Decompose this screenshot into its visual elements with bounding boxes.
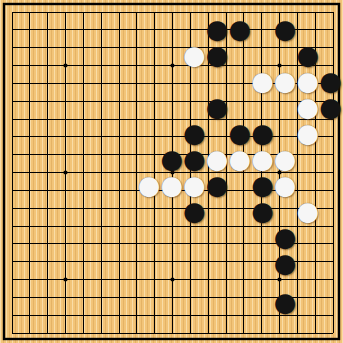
intersection-S6[interactable] bbox=[297, 283, 320, 290]
intersection-E5[interactable] bbox=[57, 289, 70, 315]
intersection-T14[interactable]: ● bbox=[319, 94, 342, 120]
intersection-N2[interactable] bbox=[183, 329, 206, 336]
intersection-R12[interactable]: ● bbox=[274, 146, 297, 172]
intersection-D17[interactable] bbox=[43, 16, 56, 42]
intersection-H5[interactable] bbox=[97, 289, 110, 315]
intersection-E15[interactable] bbox=[57, 68, 70, 94]
intersection-L18[interactable] bbox=[138, 10, 161, 17]
intersection-A10[interactable] bbox=[3, 198, 16, 224]
intersection-J7[interactable] bbox=[111, 276, 124, 283]
intersection-L15[interactable] bbox=[138, 68, 161, 94]
intersection-F10[interactable] bbox=[70, 198, 83, 224]
intersection-G14[interactable] bbox=[84, 94, 97, 120]
intersection-N9[interactable] bbox=[183, 224, 206, 250]
intersection-G15[interactable] bbox=[84, 68, 97, 94]
intersection-F15[interactable] bbox=[70, 68, 83, 94]
intersection-T17[interactable] bbox=[319, 16, 342, 42]
intersection-H11[interactable] bbox=[97, 172, 110, 198]
intersection-L16[interactable] bbox=[138, 42, 161, 68]
intersection-T19[interactable] bbox=[319, 3, 342, 10]
intersection-A16[interactable] bbox=[3, 42, 16, 68]
intersection-A19[interactable] bbox=[3, 3, 16, 10]
intersection-E17[interactable] bbox=[57, 16, 70, 42]
intersection-K16[interactable] bbox=[124, 42, 137, 68]
intersection-M11[interactable]: ● bbox=[160, 172, 183, 198]
intersection-B13[interactable] bbox=[17, 120, 30, 146]
intersection-N4[interactable] bbox=[183, 315, 206, 322]
intersection-K2[interactable] bbox=[124, 329, 137, 336]
intersection-B4[interactable] bbox=[17, 315, 30, 322]
intersection-G12[interactable] bbox=[84, 146, 97, 172]
intersection-C2[interactable] bbox=[30, 329, 43, 336]
intersection-F14[interactable] bbox=[70, 94, 83, 120]
intersection-A9[interactable] bbox=[3, 224, 16, 250]
intersection-Q6[interactable] bbox=[251, 283, 274, 290]
intersection-F9[interactable] bbox=[70, 224, 83, 250]
intersection-R13[interactable] bbox=[274, 120, 297, 146]
intersection-D9[interactable] bbox=[43, 224, 56, 250]
intersection-T8[interactable] bbox=[319, 250, 342, 276]
intersection-B9[interactable] bbox=[17, 224, 30, 250]
intersection-E2[interactable] bbox=[57, 329, 70, 336]
intersection-B11[interactable] bbox=[17, 172, 30, 198]
intersection-F18[interactable] bbox=[70, 10, 83, 17]
intersection-K18[interactable] bbox=[124, 10, 137, 17]
intersection-N13[interactable]: ● bbox=[183, 120, 206, 146]
intersection-A12[interactable] bbox=[3, 146, 16, 172]
intersection-F1[interactable] bbox=[70, 335, 83, 342]
intersection-N18[interactable] bbox=[183, 10, 206, 17]
intersection-D14[interactable] bbox=[43, 94, 56, 120]
intersection-M17[interactable] bbox=[160, 16, 183, 42]
intersection-S18[interactable] bbox=[297, 10, 320, 17]
intersection-O3[interactable] bbox=[206, 322, 229, 329]
intersection-P16[interactable] bbox=[228, 42, 251, 68]
intersection-D19[interactable] bbox=[43, 3, 56, 10]
intersection-A13[interactable] bbox=[3, 120, 16, 146]
intersection-C11[interactable] bbox=[30, 172, 43, 198]
intersection-C3[interactable] bbox=[30, 322, 43, 329]
intersection-F7[interactable] bbox=[70, 276, 83, 283]
intersection-P9[interactable] bbox=[228, 224, 251, 250]
intersection-D12[interactable] bbox=[43, 146, 56, 172]
intersection-O6[interactable] bbox=[206, 283, 229, 290]
intersection-H7[interactable] bbox=[97, 276, 110, 283]
intersection-O5[interactable] bbox=[206, 289, 229, 315]
intersection-R7[interactable] bbox=[274, 276, 297, 283]
intersection-C19[interactable] bbox=[30, 3, 43, 10]
intersection-R5[interactable]: ● bbox=[274, 289, 297, 315]
intersection-J17[interactable] bbox=[111, 16, 124, 42]
intersection-D13[interactable] bbox=[43, 120, 56, 146]
intersection-F17[interactable] bbox=[70, 16, 83, 42]
intersection-J3[interactable] bbox=[111, 322, 124, 329]
intersection-S19[interactable] bbox=[297, 3, 320, 10]
intersection-F11[interactable] bbox=[70, 172, 83, 198]
intersection-B2[interactable] bbox=[17, 329, 30, 336]
intersection-O12[interactable]: ● bbox=[206, 146, 229, 172]
intersection-M19[interactable] bbox=[160, 3, 183, 10]
intersection-L10[interactable] bbox=[138, 198, 161, 224]
intersection-F3[interactable] bbox=[70, 322, 83, 329]
intersection-B16[interactable] bbox=[17, 42, 30, 68]
intersection-C9[interactable] bbox=[30, 224, 43, 250]
intersection-B14[interactable] bbox=[17, 94, 30, 120]
intersection-D6[interactable] bbox=[43, 283, 56, 290]
intersection-N5[interactable] bbox=[183, 289, 206, 315]
intersection-R16[interactable] bbox=[274, 42, 297, 68]
intersection-L6[interactable] bbox=[138, 283, 161, 290]
intersection-M1[interactable] bbox=[160, 335, 183, 342]
intersection-M8[interactable] bbox=[160, 250, 183, 276]
intersection-S2[interactable] bbox=[297, 329, 320, 336]
intersection-O19[interactable] bbox=[206, 3, 229, 10]
intersection-K13[interactable] bbox=[124, 120, 137, 146]
intersection-H19[interactable] bbox=[97, 3, 110, 10]
intersection-S1[interactable] bbox=[297, 335, 320, 342]
intersection-K3[interactable] bbox=[124, 322, 137, 329]
intersection-E3[interactable] bbox=[57, 322, 70, 329]
intersection-B17[interactable] bbox=[17, 16, 30, 42]
intersection-J18[interactable] bbox=[111, 10, 124, 17]
intersection-F8[interactable] bbox=[70, 250, 83, 276]
intersection-J6[interactable] bbox=[111, 283, 124, 290]
intersection-O8[interactable] bbox=[206, 250, 229, 276]
intersection-M14[interactable] bbox=[160, 94, 183, 120]
intersection-E6[interactable] bbox=[57, 283, 70, 290]
intersection-A2[interactable] bbox=[3, 329, 16, 336]
intersection-K5[interactable] bbox=[124, 289, 137, 315]
intersection-Q16[interactable] bbox=[251, 42, 274, 68]
intersection-Q3[interactable] bbox=[251, 322, 274, 329]
intersection-L1[interactable] bbox=[138, 335, 161, 342]
intersection-B6[interactable] bbox=[17, 283, 30, 290]
intersection-C7[interactable] bbox=[30, 276, 43, 283]
intersection-M6[interactable] bbox=[160, 283, 183, 290]
intersection-P4[interactable] bbox=[228, 315, 251, 322]
intersection-C6[interactable] bbox=[30, 283, 43, 290]
intersection-A5[interactable] bbox=[3, 289, 16, 315]
intersection-H14[interactable] bbox=[97, 94, 110, 120]
intersection-L8[interactable] bbox=[138, 250, 161, 276]
intersection-A11[interactable] bbox=[3, 172, 16, 198]
intersection-P13[interactable]: ● bbox=[228, 120, 251, 146]
intersection-P8[interactable] bbox=[228, 250, 251, 276]
intersection-G3[interactable] bbox=[84, 322, 97, 329]
intersection-T4[interactable] bbox=[319, 315, 342, 322]
intersection-K1[interactable] bbox=[124, 335, 137, 342]
intersection-S13[interactable]: ● bbox=[297, 120, 320, 146]
intersection-K11[interactable] bbox=[124, 172, 137, 198]
intersection-M7[interactable] bbox=[160, 276, 183, 283]
intersection-N17[interactable] bbox=[183, 16, 206, 42]
intersection-L14[interactable] bbox=[138, 94, 161, 120]
intersection-K4[interactable] bbox=[124, 315, 137, 322]
intersection-T11[interactable] bbox=[319, 172, 342, 198]
intersection-C13[interactable] bbox=[30, 120, 43, 146]
intersection-N10[interactable]: ● bbox=[183, 198, 206, 224]
intersection-N15[interactable] bbox=[183, 68, 206, 94]
intersection-A4[interactable] bbox=[3, 315, 16, 322]
intersection-E11[interactable] bbox=[57, 172, 70, 198]
intersection-J4[interactable] bbox=[111, 315, 124, 322]
intersection-B5[interactable] bbox=[17, 289, 30, 315]
intersection-P17[interactable]: ● bbox=[228, 16, 251, 42]
intersection-Q19[interactable] bbox=[251, 3, 274, 10]
intersection-G19[interactable] bbox=[84, 3, 97, 10]
intersection-N1[interactable] bbox=[183, 335, 206, 342]
intersection-O13[interactable] bbox=[206, 120, 229, 146]
intersection-F16[interactable] bbox=[70, 42, 83, 68]
intersection-C17[interactable] bbox=[30, 16, 43, 42]
intersection-Q2[interactable] bbox=[251, 329, 274, 336]
intersection-Q8[interactable] bbox=[251, 250, 274, 276]
intersection-S14[interactable]: ● bbox=[297, 94, 320, 120]
intersection-S4[interactable] bbox=[297, 315, 320, 322]
intersection-B8[interactable] bbox=[17, 250, 30, 276]
intersection-O2[interactable] bbox=[206, 329, 229, 336]
intersection-D1[interactable] bbox=[43, 335, 56, 342]
intersection-F19[interactable] bbox=[70, 3, 83, 10]
intersection-T13[interactable] bbox=[319, 120, 342, 146]
intersection-L2[interactable] bbox=[138, 329, 161, 336]
intersection-S17[interactable] bbox=[297, 16, 320, 42]
intersection-T15[interactable]: ● bbox=[319, 68, 342, 94]
intersection-E12[interactable] bbox=[57, 146, 70, 172]
intersection-G11[interactable] bbox=[84, 172, 97, 198]
intersection-J5[interactable] bbox=[111, 289, 124, 315]
intersection-D8[interactable] bbox=[43, 250, 56, 276]
intersection-O14[interactable]: ● bbox=[206, 94, 229, 120]
intersection-F13[interactable] bbox=[70, 120, 83, 146]
intersection-E4[interactable] bbox=[57, 315, 70, 322]
intersection-Q7[interactable] bbox=[251, 276, 274, 283]
intersection-R2[interactable] bbox=[274, 329, 297, 336]
intersection-D11[interactable] bbox=[43, 172, 56, 198]
intersection-M9[interactable] bbox=[160, 224, 183, 250]
intersection-L13[interactable] bbox=[138, 120, 161, 146]
intersection-D2[interactable] bbox=[43, 329, 56, 336]
intersection-G17[interactable] bbox=[84, 16, 97, 42]
intersection-Q1[interactable] bbox=[251, 335, 274, 342]
intersection-L9[interactable] bbox=[138, 224, 161, 250]
intersection-P19[interactable] bbox=[228, 3, 251, 10]
intersection-R3[interactable] bbox=[274, 322, 297, 329]
intersection-K12[interactable] bbox=[124, 146, 137, 172]
intersection-Q11[interactable]: ● bbox=[251, 172, 274, 198]
intersection-B18[interactable] bbox=[17, 10, 30, 17]
intersection-R11[interactable]: ● bbox=[274, 172, 297, 198]
intersection-C14[interactable] bbox=[30, 94, 43, 120]
intersection-L17[interactable] bbox=[138, 16, 161, 42]
intersection-E14[interactable] bbox=[57, 94, 70, 120]
intersection-E9[interactable] bbox=[57, 224, 70, 250]
intersection-G16[interactable] bbox=[84, 42, 97, 68]
intersection-Q12[interactable]: ● bbox=[251, 146, 274, 172]
intersection-A8[interactable] bbox=[3, 250, 16, 276]
intersection-R10[interactable] bbox=[274, 198, 297, 224]
intersection-N8[interactable] bbox=[183, 250, 206, 276]
intersection-P7[interactable] bbox=[228, 276, 251, 283]
intersection-D18[interactable] bbox=[43, 10, 56, 17]
intersection-B15[interactable] bbox=[17, 68, 30, 94]
intersection-M13[interactable] bbox=[160, 120, 183, 146]
intersection-O15[interactable] bbox=[206, 68, 229, 94]
intersection-L11[interactable]: ● bbox=[138, 172, 161, 198]
intersection-P3[interactable] bbox=[228, 322, 251, 329]
intersection-B10[interactable] bbox=[17, 198, 30, 224]
intersection-T3[interactable] bbox=[319, 322, 342, 329]
intersection-A17[interactable] bbox=[3, 16, 16, 42]
intersection-M3[interactable] bbox=[160, 322, 183, 329]
intersection-G5[interactable] bbox=[84, 289, 97, 315]
intersection-T6[interactable] bbox=[319, 283, 342, 290]
intersection-E1[interactable] bbox=[57, 335, 70, 342]
intersection-M4[interactable] bbox=[160, 315, 183, 322]
intersection-T1[interactable] bbox=[319, 335, 342, 342]
intersection-J12[interactable] bbox=[111, 146, 124, 172]
intersection-S11[interactable] bbox=[297, 172, 320, 198]
intersection-H2[interactable] bbox=[97, 329, 110, 336]
intersection-D3[interactable] bbox=[43, 322, 56, 329]
intersection-H15[interactable] bbox=[97, 68, 110, 94]
intersection-E13[interactable] bbox=[57, 120, 70, 146]
intersection-D10[interactable] bbox=[43, 198, 56, 224]
intersection-H9[interactable] bbox=[97, 224, 110, 250]
intersection-M15[interactable] bbox=[160, 68, 183, 94]
intersection-K15[interactable] bbox=[124, 68, 137, 94]
intersection-O17[interactable]: ● bbox=[206, 16, 229, 42]
intersection-A7[interactable] bbox=[3, 276, 16, 283]
intersection-Q17[interactable] bbox=[251, 16, 274, 42]
intersection-C4[interactable] bbox=[30, 315, 43, 322]
intersection-E16[interactable] bbox=[57, 42, 70, 68]
intersection-Q18[interactable] bbox=[251, 10, 274, 17]
intersection-T10[interactable] bbox=[319, 198, 342, 224]
intersection-J2[interactable] bbox=[111, 329, 124, 336]
intersection-H1[interactable] bbox=[97, 335, 110, 342]
intersection-G18[interactable] bbox=[84, 10, 97, 17]
intersection-G13[interactable] bbox=[84, 120, 97, 146]
intersection-J1[interactable] bbox=[111, 335, 124, 342]
intersection-S15[interactable]: ● bbox=[297, 68, 320, 94]
intersection-H4[interactable] bbox=[97, 315, 110, 322]
intersection-R19[interactable] bbox=[274, 3, 297, 10]
intersection-R17[interactable]: ● bbox=[274, 16, 297, 42]
intersection-S16[interactable]: ● bbox=[297, 42, 320, 68]
intersection-G2[interactable] bbox=[84, 329, 97, 336]
intersection-Q10[interactable]: ● bbox=[251, 198, 274, 224]
intersection-T16[interactable] bbox=[319, 42, 342, 68]
intersection-K17[interactable] bbox=[124, 16, 137, 42]
intersection-O9[interactable] bbox=[206, 224, 229, 250]
intersection-O7[interactable] bbox=[206, 276, 229, 283]
intersection-E10[interactable] bbox=[57, 198, 70, 224]
intersection-T18[interactable] bbox=[319, 10, 342, 17]
intersection-J14[interactable] bbox=[111, 94, 124, 120]
intersection-H3[interactable] bbox=[97, 322, 110, 329]
intersection-N14[interactable] bbox=[183, 94, 206, 120]
intersection-M5[interactable] bbox=[160, 289, 183, 315]
intersection-G7[interactable] bbox=[84, 276, 97, 283]
intersection-S9[interactable] bbox=[297, 224, 320, 250]
intersection-Q4[interactable] bbox=[251, 315, 274, 322]
intersection-P14[interactable] bbox=[228, 94, 251, 120]
intersection-N11[interactable]: ● bbox=[183, 172, 206, 198]
intersection-E19[interactable] bbox=[57, 3, 70, 10]
intersection-O4[interactable] bbox=[206, 315, 229, 322]
intersection-B7[interactable] bbox=[17, 276, 30, 283]
intersection-M10[interactable] bbox=[160, 198, 183, 224]
intersection-P11[interactable] bbox=[228, 172, 251, 198]
intersection-T5[interactable] bbox=[319, 289, 342, 315]
intersection-P5[interactable] bbox=[228, 289, 251, 315]
intersection-H6[interactable] bbox=[97, 283, 110, 290]
intersection-A6[interactable] bbox=[3, 283, 16, 290]
intersection-Q14[interactable] bbox=[251, 94, 274, 120]
intersection-Q15[interactable]: ● bbox=[251, 68, 274, 94]
intersection-L4[interactable] bbox=[138, 315, 161, 322]
intersection-N16[interactable]: ● bbox=[183, 42, 206, 68]
intersection-G1[interactable] bbox=[84, 335, 97, 342]
intersection-S7[interactable] bbox=[297, 276, 320, 283]
intersection-R9[interactable]: ● bbox=[274, 224, 297, 250]
intersection-R1[interactable] bbox=[274, 335, 297, 342]
intersection-C12[interactable] bbox=[30, 146, 43, 172]
intersection-O1[interactable] bbox=[206, 335, 229, 342]
intersection-H12[interactable] bbox=[97, 146, 110, 172]
intersection-F12[interactable] bbox=[70, 146, 83, 172]
intersection-J11[interactable] bbox=[111, 172, 124, 198]
intersection-P10[interactable] bbox=[228, 198, 251, 224]
intersection-H16[interactable] bbox=[97, 42, 110, 68]
intersection-N12[interactable]: ● bbox=[183, 146, 206, 172]
intersection-L3[interactable] bbox=[138, 322, 161, 329]
intersection-D4[interactable] bbox=[43, 315, 56, 322]
intersection-J13[interactable] bbox=[111, 120, 124, 146]
intersection-K8[interactable] bbox=[124, 250, 137, 276]
intersection-D15[interactable] bbox=[43, 68, 56, 94]
intersection-K10[interactable] bbox=[124, 198, 137, 224]
intersection-N19[interactable] bbox=[183, 3, 206, 10]
intersection-K7[interactable] bbox=[124, 276, 137, 283]
intersection-P2[interactable] bbox=[228, 329, 251, 336]
intersection-O11[interactable]: ● bbox=[206, 172, 229, 198]
intersection-T12[interactable] bbox=[319, 146, 342, 172]
intersection-M16[interactable] bbox=[160, 42, 183, 68]
intersection-J8[interactable] bbox=[111, 250, 124, 276]
intersection-G8[interactable] bbox=[84, 250, 97, 276]
intersection-H8[interactable] bbox=[97, 250, 110, 276]
intersection-C10[interactable] bbox=[30, 198, 43, 224]
intersection-S10[interactable]: ● bbox=[297, 198, 320, 224]
intersection-A1[interactable] bbox=[3, 335, 16, 342]
intersection-J19[interactable] bbox=[111, 3, 124, 10]
intersection-F2[interactable] bbox=[70, 329, 83, 336]
intersection-P6[interactable] bbox=[228, 283, 251, 290]
intersection-S3[interactable] bbox=[297, 322, 320, 329]
intersection-S8[interactable] bbox=[297, 250, 320, 276]
intersection-H17[interactable] bbox=[97, 16, 110, 42]
intersection-K6[interactable] bbox=[124, 283, 137, 290]
intersection-C1[interactable] bbox=[30, 335, 43, 342]
intersection-F5[interactable] bbox=[70, 289, 83, 315]
intersection-T9[interactable] bbox=[319, 224, 342, 250]
intersection-G10[interactable] bbox=[84, 198, 97, 224]
intersection-Q13[interactable]: ● bbox=[251, 120, 274, 146]
intersection-A3[interactable] bbox=[3, 322, 16, 329]
intersection-L12[interactable] bbox=[138, 146, 161, 172]
